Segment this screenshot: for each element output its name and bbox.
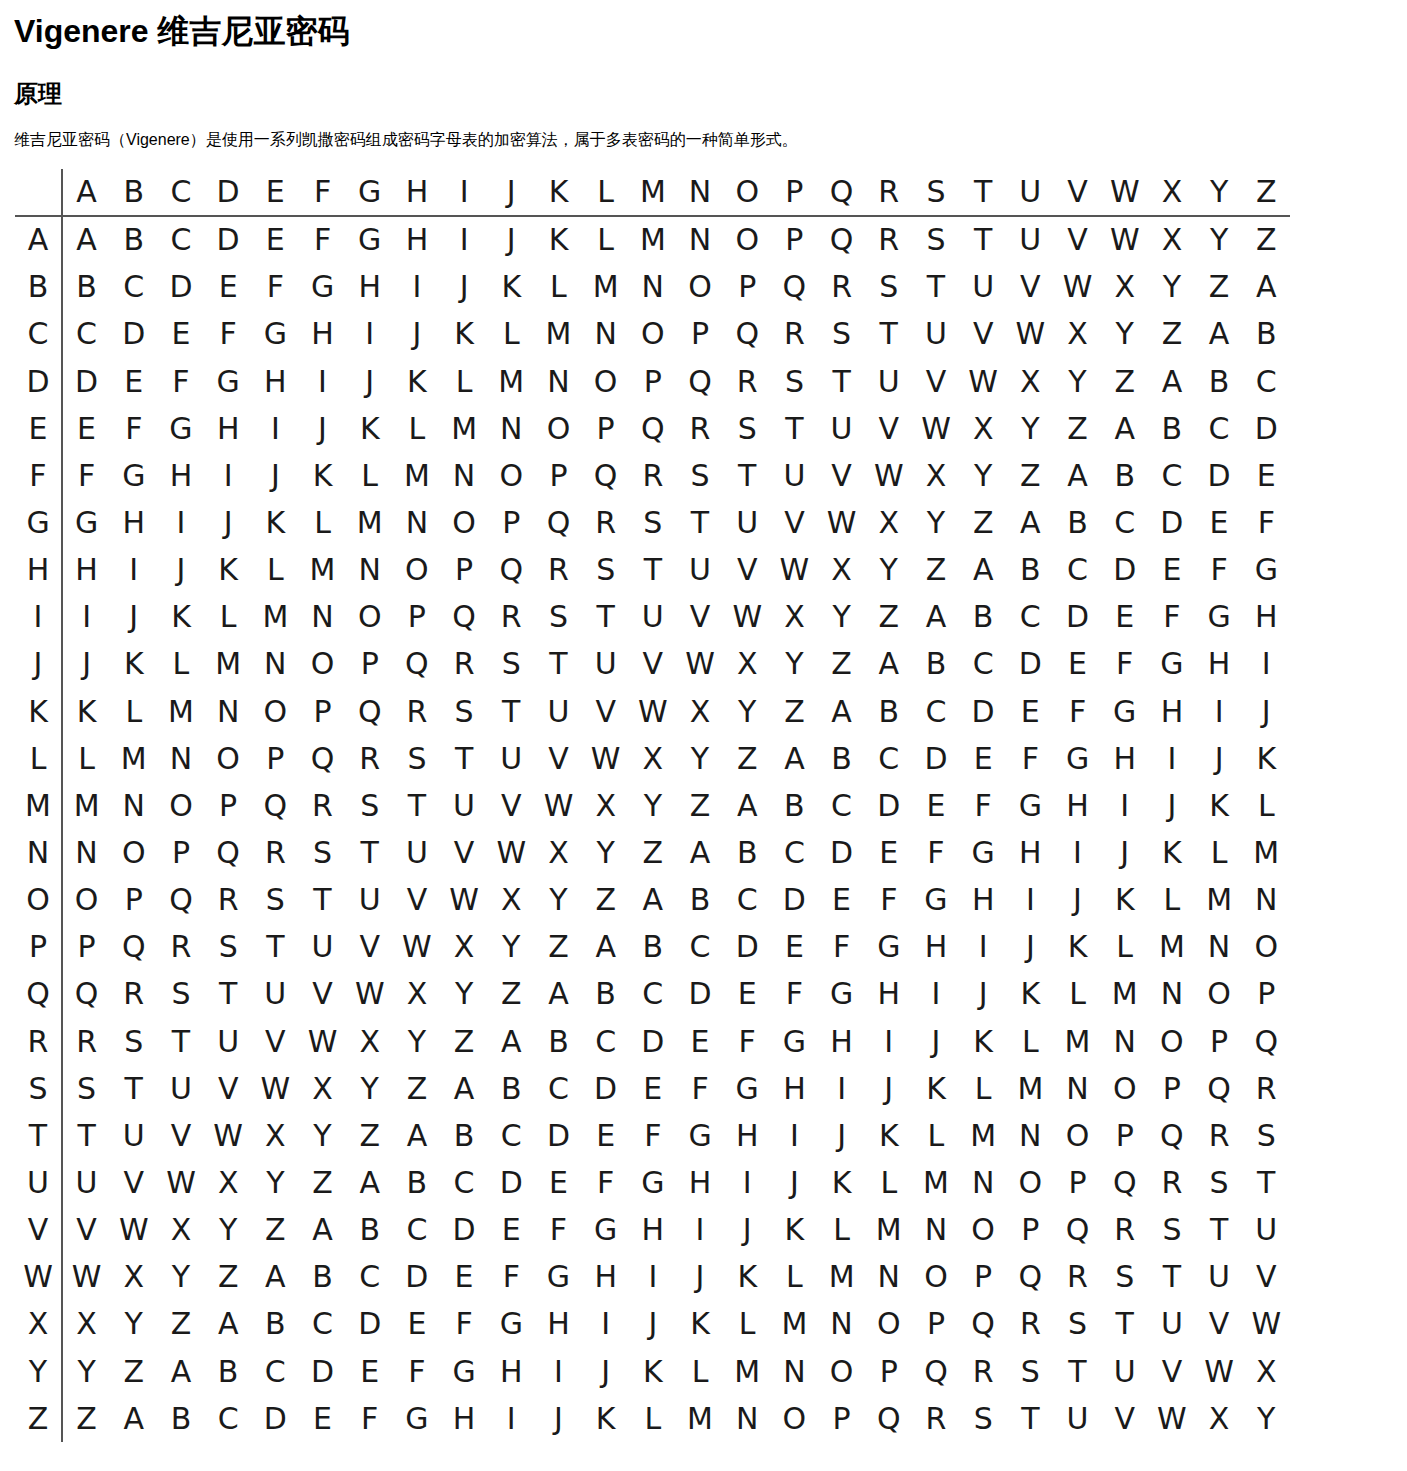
row-header: X [15, 1301, 63, 1348]
grid-cell: A [1007, 499, 1054, 546]
grid-cell: F [441, 1301, 488, 1348]
grid-cell: N [299, 594, 346, 641]
grid-cell: T [535, 641, 582, 688]
grid-cell: L [771, 1254, 818, 1301]
grid-cell: F [1148, 594, 1195, 641]
grid-cell: J [110, 594, 157, 641]
grid-cell: U [1196, 1254, 1243, 1301]
grid-cell: A [582, 924, 629, 971]
grid-cell: C [1243, 358, 1290, 405]
grid-cell: V [488, 782, 535, 829]
grid-cell: D [205, 217, 252, 264]
grid-cell: E [346, 1348, 393, 1395]
grid-cell: K [441, 311, 488, 358]
grid-cell: W [960, 358, 1007, 405]
grid-cell: M [110, 735, 157, 782]
grid-cell: N [535, 358, 582, 405]
grid-cell: A [912, 594, 959, 641]
grid-cell: O [63, 877, 110, 924]
grid-cell: U [488, 735, 535, 782]
grid-cell: Y [1196, 217, 1243, 264]
grid-cell: H [912, 924, 959, 971]
grid-cell: H [299, 311, 346, 358]
grid-cell: Y [865, 547, 912, 594]
grid-cell: Z [1007, 452, 1054, 499]
grid-cell: D [1054, 594, 1101, 641]
grid-cell: J [960, 971, 1007, 1018]
grid-cell: H [582, 1254, 629, 1301]
grid-cell: G [771, 1018, 818, 1065]
grid-cell: I [865, 1018, 912, 1065]
grid-cell: S [488, 641, 535, 688]
col-header: K [535, 169, 582, 217]
grid-cell: C [676, 924, 723, 971]
grid-cell: C [818, 782, 865, 829]
grid-cell: T [252, 924, 299, 971]
grid-cell: Z [441, 1018, 488, 1065]
grid-cell: Z [1054, 405, 1101, 452]
grid-cell: S [818, 311, 865, 358]
grid-cell: I [629, 1254, 676, 1301]
grid-cell: T [960, 217, 1007, 264]
grid-cell: M [771, 1301, 818, 1348]
grid-cell: M [205, 641, 252, 688]
grid-cell: J [1101, 829, 1148, 876]
grid-cell: H [63, 547, 110, 594]
grid-cell: X [960, 405, 1007, 452]
grid-cell: E [912, 782, 959, 829]
grid-cell: U [676, 547, 723, 594]
grid-cell: G [724, 1065, 771, 1112]
grid-cell: W [205, 1112, 252, 1159]
grid-cell: D [1196, 452, 1243, 499]
col-header: C [157, 169, 204, 217]
grid-cell: K [346, 405, 393, 452]
grid-cell: B [205, 1348, 252, 1395]
grid-cell: L [912, 1112, 959, 1159]
grid-cell: V [912, 358, 959, 405]
grid-cell: F [818, 924, 865, 971]
grid-cell: S [724, 405, 771, 452]
row-header: Z [15, 1395, 63, 1442]
grid-cell: Y [912, 499, 959, 546]
grid-cell: T [912, 264, 959, 311]
grid-cell: U [724, 499, 771, 546]
grid-cell: B [818, 735, 865, 782]
grid-cell: I [960, 924, 1007, 971]
grid-cell: P [724, 264, 771, 311]
grid-cell: V [346, 924, 393, 971]
grid-cell: I [535, 1348, 582, 1395]
grid-cell: K [865, 1112, 912, 1159]
grid-cell: H [1196, 641, 1243, 688]
grid-cell: O [818, 1348, 865, 1395]
grid-cell: F [676, 1065, 723, 1112]
grid-cell: D [110, 311, 157, 358]
grid-cell: T [346, 829, 393, 876]
grid-cell: N [157, 735, 204, 782]
grid-cell: J [912, 1018, 959, 1065]
grid-cell: F [865, 877, 912, 924]
grid-cell: X [252, 1112, 299, 1159]
grid-cell: B [1196, 358, 1243, 405]
grid-cell: B [771, 782, 818, 829]
grid-cell: K [1148, 829, 1195, 876]
grid-cell: T [1243, 1159, 1290, 1206]
grid-cell: U [771, 452, 818, 499]
grid-cell: N [488, 405, 535, 452]
grid-cell: J [441, 264, 488, 311]
col-header: G [346, 169, 393, 217]
grid-cell: N [346, 547, 393, 594]
grid-cell: T [63, 1112, 110, 1159]
grid-cell: Q [252, 782, 299, 829]
grid-cell: H [252, 358, 299, 405]
grid-cell: M [1007, 1065, 1054, 1112]
page-title: Vigenere 维吉尼亚密码 [14, 12, 1407, 50]
grid-cell: S [110, 1018, 157, 1065]
grid-cell: J [724, 1207, 771, 1254]
row-header: J [15, 641, 63, 688]
grid-cell: U [299, 924, 346, 971]
grid-cell: Y [299, 1112, 346, 1159]
grid-cell: W [1243, 1301, 1290, 1348]
grid-cell: K [110, 641, 157, 688]
grid-cell: I [771, 1112, 818, 1159]
grid-cell: O [1243, 924, 1290, 971]
grid-cell: T [205, 971, 252, 1018]
grid-cell: K [1054, 924, 1101, 971]
grid-cell: U [1101, 1348, 1148, 1395]
grid-cell: S [1196, 1159, 1243, 1206]
grid-cell: J [818, 1112, 865, 1159]
grid-cell: L [110, 688, 157, 735]
grid-cell: J [1196, 735, 1243, 782]
row-header: Q [15, 971, 63, 1018]
grid-cell: G [157, 405, 204, 452]
grid-cell: W [912, 405, 959, 452]
grid-cell: E [676, 1018, 723, 1065]
grid-cell: G [1243, 547, 1290, 594]
grid-cell: J [1007, 924, 1054, 971]
col-header: J [488, 169, 535, 217]
grid-cell: E [1196, 499, 1243, 546]
grid-cell: I [818, 1065, 865, 1112]
grid-cell: B [110, 217, 157, 264]
grid-cell: J [252, 452, 299, 499]
grid-cell: E [724, 971, 771, 1018]
grid-cell: U [629, 594, 676, 641]
grid-cell: A [110, 1395, 157, 1442]
grid-cell: D [441, 1207, 488, 1254]
grid-cell: R [252, 829, 299, 876]
grid-cell: D [676, 971, 723, 1018]
grid-cell: K [912, 1065, 959, 1112]
grid-cell: C [488, 1112, 535, 1159]
grid-cell: A [63, 217, 110, 264]
grid-cell: C [535, 1065, 582, 1112]
grid-cell: E [393, 1301, 440, 1348]
grid-cell: Z [724, 735, 771, 782]
grid-cell: C [1054, 547, 1101, 594]
grid-cell: O [252, 688, 299, 735]
grid-cell: A [346, 1159, 393, 1206]
grid-cell: L [1196, 829, 1243, 876]
grid-cell: V [441, 829, 488, 876]
grid-cell: O [393, 547, 440, 594]
grid-cell: R [724, 358, 771, 405]
grid-cell: W [441, 877, 488, 924]
grid-cell: H [346, 264, 393, 311]
grid-cell: T [676, 499, 723, 546]
grid-cell: X [1054, 311, 1101, 358]
grid-cell: W [488, 829, 535, 876]
grid-cell: J [771, 1159, 818, 1206]
grid-cell: V [676, 594, 723, 641]
grid-cell: F [771, 971, 818, 1018]
grid-cell: U [1243, 1207, 1290, 1254]
grid-cell: T [1148, 1254, 1195, 1301]
grid-cell: V [1101, 1395, 1148, 1442]
row-header: N [15, 829, 63, 876]
grid-cell: I [110, 547, 157, 594]
grid-cell: D [865, 782, 912, 829]
grid-cell: H [960, 877, 1007, 924]
grid-cell: B [629, 924, 676, 971]
grid-cell: G [582, 1207, 629, 1254]
grid-cell: A [676, 829, 723, 876]
grid-cell: Q [771, 264, 818, 311]
grid-cell: Q [818, 217, 865, 264]
grid-cell: Y [629, 782, 676, 829]
grid-cell: R [488, 594, 535, 641]
grid-cell: T [157, 1018, 204, 1065]
grid-cell: Z [535, 924, 582, 971]
grid-cell: K [157, 594, 204, 641]
grid-cell: Y [724, 688, 771, 735]
grid-cell: P [393, 594, 440, 641]
grid-cell: I [252, 405, 299, 452]
grid-cell: L [157, 641, 204, 688]
grid-cell: Q [299, 735, 346, 782]
grid-cell: W [818, 499, 865, 546]
grid-cell: U [1148, 1301, 1195, 1348]
row-header: C [15, 311, 63, 358]
grid-cell: E [1054, 641, 1101, 688]
grid-cell: S [771, 358, 818, 405]
grid-cell: R [629, 452, 676, 499]
grid-cell: E [205, 264, 252, 311]
grid-cell: D [1007, 641, 1054, 688]
grid-cell: C [629, 971, 676, 1018]
grid-cell: Q [535, 499, 582, 546]
grid-cell: H [488, 1348, 535, 1395]
grid-cell: F [960, 782, 1007, 829]
grid-cell: X [1196, 1395, 1243, 1442]
grid-cell: D [1148, 499, 1195, 546]
grid-cell: Q [582, 452, 629, 499]
grid-cell: G [63, 499, 110, 546]
grid-cell: E [865, 829, 912, 876]
grid-cell: I [912, 971, 959, 1018]
grid-cell: E [63, 405, 110, 452]
col-header: F [299, 169, 346, 217]
grid-cell: H [1148, 688, 1195, 735]
grid-cell: K [771, 1207, 818, 1254]
grid-cell: W [1101, 217, 1148, 264]
grid-cell: A [865, 641, 912, 688]
grid-cell: G [205, 358, 252, 405]
grid-cell: F [1243, 499, 1290, 546]
grid-cell: C [346, 1254, 393, 1301]
grid-cell: W [346, 971, 393, 1018]
grid-cell: C [912, 688, 959, 735]
grid-cell: Y [1054, 358, 1101, 405]
grid-cell: F [1101, 641, 1148, 688]
grid-cell: E [818, 877, 865, 924]
grid-cell: C [252, 1348, 299, 1395]
grid-cell: U [1054, 1395, 1101, 1442]
grid-cell: P [960, 1254, 1007, 1301]
grid-cell: S [582, 547, 629, 594]
grid-cell: N [1243, 877, 1290, 924]
row-header: H [15, 547, 63, 594]
col-header: E [252, 169, 299, 217]
grid-cell: A [488, 1018, 535, 1065]
row-header: I [15, 594, 63, 641]
grid-cell: T [582, 594, 629, 641]
grid-cell: Q [63, 971, 110, 1018]
grid-cell: F [252, 264, 299, 311]
grid-cell: A [1101, 405, 1148, 452]
grid-cell: H [629, 1207, 676, 1254]
grid-cell: H [393, 217, 440, 264]
grid-cell: L [818, 1207, 865, 1254]
grid-cell: F [205, 311, 252, 358]
grid-cell: G [912, 877, 959, 924]
grid-cell: L [205, 594, 252, 641]
row-header: P [15, 924, 63, 971]
grid-cell: R [1007, 1301, 1054, 1348]
grid-cell: R [1196, 1112, 1243, 1159]
grid-cell: A [1148, 358, 1195, 405]
row-header: Y [15, 1348, 63, 1395]
grid-cell: S [1054, 1301, 1101, 1348]
grid-cell: N [1148, 971, 1195, 1018]
grid-cell: H [676, 1159, 723, 1206]
grid-cell: N [252, 641, 299, 688]
grid-cell: B [724, 829, 771, 876]
grid-cell: W [1148, 1395, 1195, 1442]
grid-cell: D [582, 1065, 629, 1112]
grid-cell: X [1101, 264, 1148, 311]
grid-cell: B [393, 1159, 440, 1206]
grid-cell: X [629, 735, 676, 782]
grid-cell: O [205, 735, 252, 782]
grid-cell: O [1196, 971, 1243, 1018]
grid-cell: E [1007, 688, 1054, 735]
grid-cell: V [1243, 1254, 1290, 1301]
grid-cell: I [488, 1395, 535, 1442]
grid-cell: F [393, 1348, 440, 1395]
grid-cell: D [63, 358, 110, 405]
grid-cell: J [1243, 688, 1290, 735]
grid-cell: W [63, 1254, 110, 1301]
grid-cell: P [629, 358, 676, 405]
grid-cell: U [346, 877, 393, 924]
row-header: T [15, 1112, 63, 1159]
grid-cell: O [724, 217, 771, 264]
row-header: L [15, 735, 63, 782]
grid-cell: R [535, 547, 582, 594]
row-header: G [15, 499, 63, 546]
grid-cell: G [865, 924, 912, 971]
grid-cell: X [299, 1065, 346, 1112]
grid-cell: N [110, 782, 157, 829]
grid-cell: E [582, 1112, 629, 1159]
grid-cell: L [676, 1348, 723, 1395]
grid-cell: D [724, 924, 771, 971]
grid-cell: U [110, 1112, 157, 1159]
grid-cell: L [63, 735, 110, 782]
grid-cell: Q [110, 924, 157, 971]
grid-cell: S [1148, 1207, 1195, 1254]
grid-cell: B [346, 1207, 393, 1254]
row-header: M [15, 782, 63, 829]
grid-cell: K [535, 217, 582, 264]
grid-cell: B [1054, 499, 1101, 546]
grid-cell: G [629, 1159, 676, 1206]
grid-cell: J [205, 499, 252, 546]
grid-cell: F [535, 1207, 582, 1254]
row-header: S [15, 1065, 63, 1112]
grid-cell: Y [346, 1065, 393, 1112]
section-heading: 原理 [14, 80, 1407, 109]
grid-cell: K [1243, 735, 1290, 782]
grid-cell: F [1007, 735, 1054, 782]
grid-cell: L [865, 1159, 912, 1206]
grid-cell: R [441, 641, 488, 688]
grid-cell: V [535, 735, 582, 782]
grid-cell: V [1196, 1301, 1243, 1348]
grid-cell: L [1007, 1018, 1054, 1065]
grid-cell: Z [865, 594, 912, 641]
grid-cell: Q [1101, 1159, 1148, 1206]
grid-cell: E [629, 1065, 676, 1112]
grid-cell: R [1101, 1207, 1148, 1254]
grid-cell: J [157, 547, 204, 594]
grid-cell: V [205, 1065, 252, 1112]
grid-cell: R [818, 264, 865, 311]
grid-cell: S [252, 877, 299, 924]
grid-cell: P [110, 877, 157, 924]
grid-cell: W [1054, 264, 1101, 311]
col-header: M [629, 169, 676, 217]
grid-cell: C [205, 1395, 252, 1442]
grid-cell: E [1101, 594, 1148, 641]
col-header: A [63, 169, 110, 217]
grid-cell: N [1007, 1112, 1054, 1159]
grid-cell: Z [582, 877, 629, 924]
grid-cell: F [1196, 547, 1243, 594]
grid-cell: X [535, 829, 582, 876]
grid-cell: G [1054, 735, 1101, 782]
col-header: X [1148, 169, 1195, 217]
grid-cell: A [960, 547, 1007, 594]
grid-cell: J [582, 1348, 629, 1395]
grid-cell: I [1054, 829, 1101, 876]
grid-cell: R [1054, 1254, 1101, 1301]
